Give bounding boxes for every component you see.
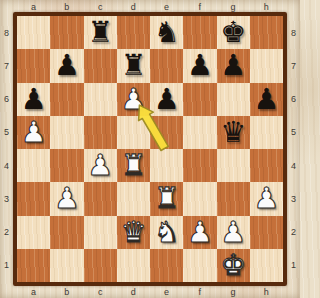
coord-rank-2-right: 2 <box>291 227 296 237</box>
square-d1[interactable] <box>117 249 150 282</box>
square-e6[interactable]: ♟ <box>150 83 183 116</box>
square-b5[interactable] <box>50 116 83 149</box>
coord-file-h-top: h <box>264 2 269 12</box>
coord-file-c-bottom: c <box>98 287 103 297</box>
square-g8[interactable]: ♚ <box>217 16 250 49</box>
square-c3[interactable] <box>84 182 117 215</box>
piece-black-queen-g5[interactable]: ♛ <box>217 116 250 149</box>
coord-rank-1-right: 1 <box>291 260 296 270</box>
square-d7[interactable]: ♜ <box>117 49 150 82</box>
coord-rank-7-left: 7 <box>4 61 9 71</box>
square-a4[interactable] <box>17 149 50 182</box>
piece-white-pawn-g2[interactable]: ♟ <box>217 216 250 249</box>
square-a3[interactable] <box>17 182 50 215</box>
square-c2[interactable] <box>84 216 117 249</box>
square-h8[interactable] <box>250 16 283 49</box>
piece-black-rook-c8[interactable]: ♜ <box>84 16 117 49</box>
square-f6[interactable] <box>183 83 216 116</box>
coord-file-h-bottom: h <box>264 287 269 297</box>
coord-rank-7-right: 7 <box>291 61 296 71</box>
square-c8[interactable]: ♜ <box>84 16 117 49</box>
square-h3[interactable]: ♟ <box>250 182 283 215</box>
chess-board: ♜♞♚♟♜♟♟♟♟♟♟♟♛♟♜♟♜♟♛♞♟♟♚ <box>17 16 283 282</box>
square-b7[interactable]: ♟ <box>50 49 83 82</box>
square-d6[interactable]: ♟ <box>117 83 150 116</box>
piece-black-pawn-h6[interactable]: ♟ <box>250 83 283 116</box>
square-c4[interactable]: ♟ <box>84 149 117 182</box>
square-a7[interactable] <box>17 49 50 82</box>
square-b1[interactable] <box>50 249 83 282</box>
square-d2[interactable]: ♛ <box>117 216 150 249</box>
coord-file-b-top: b <box>64 2 69 12</box>
square-c1[interactable] <box>84 249 117 282</box>
square-e4[interactable] <box>150 149 183 182</box>
square-a6[interactable]: ♟ <box>17 83 50 116</box>
square-e1[interactable] <box>150 249 183 282</box>
square-g2[interactable]: ♟ <box>217 216 250 249</box>
square-b8[interactable] <box>50 16 83 49</box>
square-f3[interactable] <box>183 182 216 215</box>
square-b2[interactable] <box>50 216 83 249</box>
piece-black-pawn-b7[interactable]: ♟ <box>50 49 83 82</box>
square-g1[interactable]: ♚ <box>217 249 250 282</box>
coord-rank-6-right: 6 <box>291 94 296 104</box>
square-d8[interactable] <box>117 16 150 49</box>
coord-rank-2-left: 2 <box>4 227 9 237</box>
coord-rank-1-left: 1 <box>4 260 9 270</box>
square-b3[interactable]: ♟ <box>50 182 83 215</box>
app: { "game": "chess", "position": { "fen": … <box>0 0 300 298</box>
coord-rank-3-right: 3 <box>291 194 296 204</box>
square-h4[interactable] <box>250 149 283 182</box>
square-a1[interactable] <box>17 249 50 282</box>
square-h2[interactable] <box>250 216 283 249</box>
coord-rank-4-left: 4 <box>4 161 9 171</box>
square-g5[interactable]: ♛ <box>217 116 250 149</box>
coord-file-d-top: d <box>131 2 136 12</box>
piece-white-pawn-a5[interactable]: ♟ <box>17 116 50 149</box>
square-e5[interactable] <box>150 116 183 149</box>
coord-rank-6-left: 6 <box>4 94 9 104</box>
coord-file-e-bottom: e <box>164 287 169 297</box>
square-g6[interactable] <box>217 83 250 116</box>
coord-file-b-bottom: b <box>64 287 69 297</box>
piece-white-queen-d2[interactable]: ♛ <box>117 216 150 249</box>
square-c5[interactable] <box>84 116 117 149</box>
square-g4[interactable] <box>217 149 250 182</box>
coord-rank-8-right: 8 <box>291 28 296 38</box>
square-a5[interactable]: ♟ <box>17 116 50 149</box>
coord-rank-5-right: 5 <box>291 127 296 137</box>
coord-rank-3-left: 3 <box>4 194 9 204</box>
square-e2[interactable]: ♞ <box>150 216 183 249</box>
square-f4[interactable] <box>183 149 216 182</box>
square-f5[interactable] <box>183 116 216 149</box>
square-c6[interactable] <box>84 83 117 116</box>
square-h6[interactable]: ♟ <box>250 83 283 116</box>
square-h7[interactable] <box>250 49 283 82</box>
piece-black-pawn-a6[interactable]: ♟ <box>17 83 50 116</box>
square-e3[interactable]: ♜ <box>150 182 183 215</box>
piece-white-pawn-b3[interactable]: ♟ <box>50 182 83 215</box>
piece-white-pawn-c4[interactable]: ♟ <box>84 149 117 182</box>
piece-white-knight-e2[interactable]: ♞ <box>150 216 183 249</box>
coord-file-f-top: f <box>199 2 202 12</box>
coord-file-a-bottom: a <box>31 287 36 297</box>
square-f7[interactable]: ♟ <box>183 49 216 82</box>
coord-rank-8-left: 8 <box>4 28 9 38</box>
piece-black-knight-e8[interactable]: ♞ <box>150 16 183 49</box>
piece-black-pawn-g7[interactable]: ♟ <box>217 49 250 82</box>
piece-white-pawn-f2[interactable]: ♟ <box>183 216 216 249</box>
coord-file-c-top: c <box>98 2 103 12</box>
square-e7[interactable] <box>150 49 183 82</box>
coord-file-e-top: e <box>164 2 169 12</box>
square-f2[interactable]: ♟ <box>183 216 216 249</box>
square-h5[interactable] <box>250 116 283 149</box>
coord-file-g-bottom: g <box>231 287 236 297</box>
square-g3[interactable] <box>217 182 250 215</box>
square-f8[interactable] <box>183 16 216 49</box>
piece-white-rook-d4[interactable]: ♜ <box>117 149 150 182</box>
piece-white-pawn-d6[interactable]: ♟ <box>117 83 150 116</box>
piece-white-king-g1[interactable]: ♚ <box>217 249 250 282</box>
coord-file-d-bottom: d <box>131 287 136 297</box>
square-g7[interactable]: ♟ <box>217 49 250 82</box>
piece-black-rook-d7[interactable]: ♜ <box>117 49 150 82</box>
square-a8[interactable] <box>17 16 50 49</box>
square-f1[interactable] <box>183 249 216 282</box>
square-a2[interactable] <box>17 216 50 249</box>
square-c7[interactable] <box>84 49 117 82</box>
piece-black-pawn-e6[interactable]: ♟ <box>150 83 183 116</box>
coord-file-f-bottom: f <box>199 287 202 297</box>
square-e8[interactable]: ♞ <box>150 16 183 49</box>
square-d4[interactable]: ♜ <box>117 149 150 182</box>
piece-white-pawn-h3[interactable]: ♟ <box>250 182 283 215</box>
square-d3[interactable] <box>117 182 150 215</box>
coord-rank-5-left: 5 <box>4 127 9 137</box>
square-b4[interactable] <box>50 149 83 182</box>
piece-white-rook-e3[interactable]: ♜ <box>150 182 183 215</box>
coord-file-a-top: a <box>31 2 36 12</box>
square-h1[interactable] <box>250 249 283 282</box>
coord-file-g-top: g <box>231 2 236 12</box>
square-d5[interactable] <box>117 116 150 149</box>
piece-black-king-g8[interactable]: ♚ <box>217 16 250 49</box>
coord-rank-4-right: 4 <box>291 161 296 171</box>
piece-black-pawn-f7[interactable]: ♟ <box>183 49 216 82</box>
square-b6[interactable] <box>50 83 83 116</box>
